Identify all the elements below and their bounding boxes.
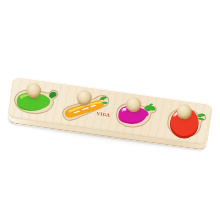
puzzle-slot-1: [7, 77, 63, 125]
puzzle-slot-4: [157, 98, 213, 146]
puzzle-board: VIGA: [6, 76, 213, 152]
puzzle-slot-2: [57, 84, 113, 132]
product-photo: VIGA: [0, 0, 220, 220]
puzzle-slot-3: [107, 91, 163, 139]
